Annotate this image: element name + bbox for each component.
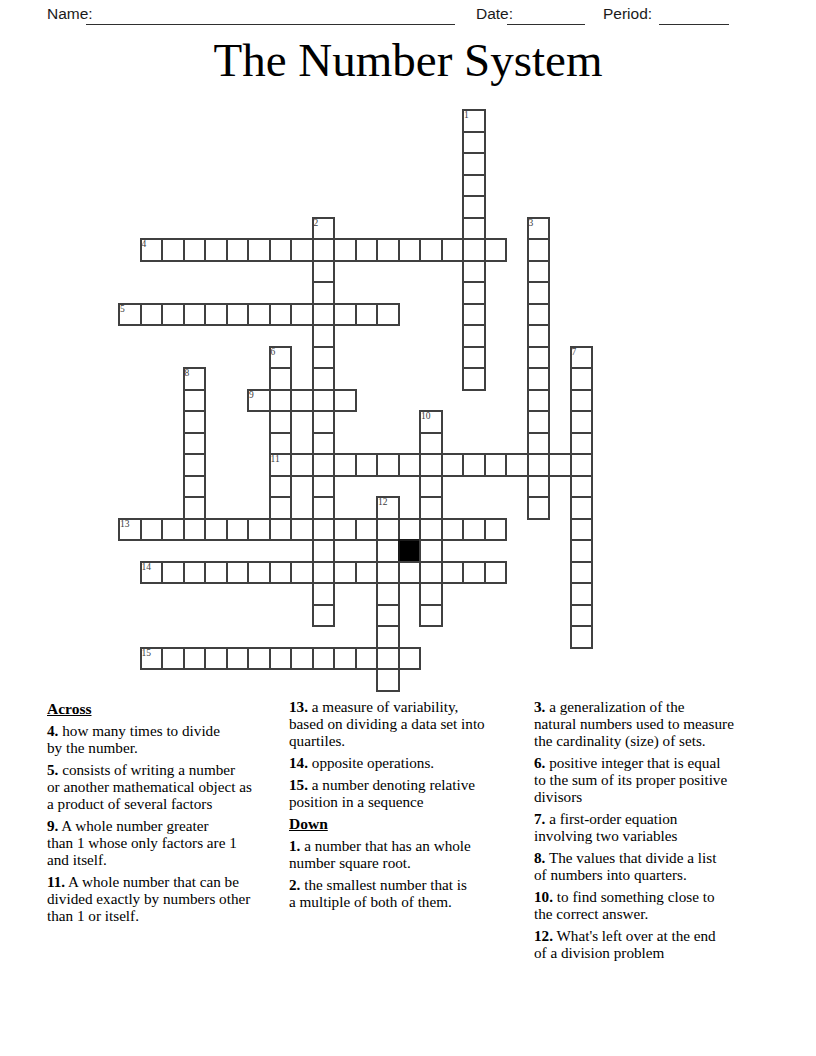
grid-cell[interactable]	[161, 238, 185, 262]
grid-cell[interactable]	[118, 303, 142, 327]
grid-cell[interactable]	[333, 518, 357, 542]
grid-cell[interactable]	[527, 432, 551, 456]
clue-number-label: 13.	[289, 698, 308, 715]
grid-cell[interactable]	[527, 496, 551, 520]
grid-cell[interactable]	[570, 625, 594, 649]
grid-cell[interactable]	[419, 518, 443, 542]
grid-cell[interactable]	[183, 518, 207, 542]
grid-cell[interactable]	[527, 410, 551, 434]
grid-cell[interactable]	[355, 518, 379, 542]
grid-cell[interactable]	[183, 432, 207, 456]
grid-cell[interactable]	[269, 346, 293, 370]
clue-number-label: 3.	[534, 698, 545, 715]
grid-cell[interactable]	[527, 238, 551, 262]
grid-cell[interactable]	[290, 303, 314, 327]
grid-cell[interactable]	[183, 647, 207, 671]
grid-cell[interactable]	[355, 238, 379, 262]
grid-cell[interactable]	[419, 539, 443, 563]
grid-cell[interactable]	[290, 561, 314, 585]
grid-cell[interactable]	[183, 367, 207, 391]
grid-cell[interactable]	[355, 303, 379, 327]
grid-cell[interactable]	[290, 389, 314, 413]
clue-text: to find something close to the correct a…	[534, 888, 715, 922]
grid-cell[interactable]	[226, 303, 250, 327]
grid-cell[interactable]	[161, 561, 185, 585]
clue-text: a number that has an whole number square…	[289, 837, 471, 871]
grid-cell[interactable]	[376, 582, 400, 606]
grid-cell[interactable]	[484, 238, 508, 262]
grid-cell[interactable]	[419, 475, 443, 499]
grid-cell[interactable]	[484, 453, 508, 477]
grid-cell[interactable]	[312, 346, 336, 370]
grid-cell[interactable]	[462, 281, 486, 305]
grid-cell[interactable]	[527, 260, 551, 284]
grid-cell[interactable]	[204, 238, 228, 262]
clue-number-label: 15.	[289, 776, 308, 793]
grid-cell[interactable]	[527, 453, 551, 477]
grid-cell[interactable]	[570, 453, 594, 477]
grid-cell[interactable]	[269, 410, 293, 434]
grid-cell[interactable]	[441, 453, 465, 477]
grid-cell[interactable]	[376, 668, 400, 692]
clue-text: consists of writing a number or another …	[47, 761, 252, 812]
grid-cell[interactable]	[570, 582, 594, 606]
grid-cell[interactable]	[183, 496, 207, 520]
grid-cell[interactable]	[419, 432, 443, 456]
grid-cell[interactable]	[183, 453, 207, 477]
grid-cell[interactable]	[548, 453, 572, 477]
grid-cell[interactable]	[226, 561, 250, 585]
grid-cell[interactable]	[183, 410, 207, 434]
grid-cell[interactable]	[570, 410, 594, 434]
grid-cell[interactable]	[419, 496, 443, 520]
grid-cell[interactable]	[398, 647, 422, 671]
grid-cell[interactable]	[312, 367, 336, 391]
grid-cell[interactable]	[161, 518, 185, 542]
grid-cell[interactable]	[376, 625, 400, 649]
grid-cell[interactable]	[312, 281, 336, 305]
clues-column-1: Across4. how many times to divide by the…	[47, 698, 285, 929]
clues-heading-down: Down	[289, 815, 532, 833]
grid-cell[interactable]	[204, 647, 228, 671]
date-blank-line[interactable]	[507, 24, 585, 25]
grid-cell[interactable]	[312, 432, 336, 456]
clue-number-label: 5.	[47, 761, 58, 778]
grid-cell[interactable]	[441, 238, 465, 262]
grid-cell[interactable]	[462, 238, 486, 262]
name-blank-line[interactable]	[86, 24, 455, 25]
grid-cell[interactable]	[398, 453, 422, 477]
grid-cell[interactable]	[462, 260, 486, 284]
grid-cell[interactable]	[570, 539, 594, 563]
clue-text: the smallest number that is a multiple o…	[289, 876, 467, 910]
grid-cell[interactable]	[462, 303, 486, 327]
grid-cell[interactable]	[204, 303, 228, 327]
clue-text: A whole number that can be divided exact…	[47, 873, 250, 924]
clue-6: 6. positive integer that is equal to the…	[534, 754, 784, 805]
grid-cell[interactable]	[376, 604, 400, 628]
clue-8: 8. The values that divide a list of numb…	[534, 849, 784, 883]
grid-cell[interactable]	[118, 518, 142, 542]
grid-cell[interactable]	[204, 561, 228, 585]
grid-cell[interactable]	[161, 647, 185, 671]
grid-cell[interactable]	[398, 518, 422, 542]
grid-cell[interactable]	[333, 389, 357, 413]
grid-cell[interactable]	[312, 475, 336, 499]
grid-cell[interactable]	[355, 561, 379, 585]
grid-cell[interactable]	[247, 238, 271, 262]
clue-text: What's left over at the end of a divisio…	[534, 927, 716, 961]
grid-cell[interactable]	[355, 647, 379, 671]
grid-cell[interactable]	[462, 367, 486, 391]
grid-cell[interactable]	[183, 238, 207, 262]
grid-cell[interactable]	[333, 238, 357, 262]
clue-number-label: 9.	[47, 817, 58, 834]
grid-cell[interactable]	[419, 604, 443, 628]
grid-cell[interactable]	[269, 518, 293, 542]
grid-cell[interactable]	[527, 346, 551, 370]
grid-cell[interactable]	[419, 561, 443, 585]
grid-cell[interactable]	[570, 475, 594, 499]
grid-cell[interactable]	[247, 647, 271, 671]
grid-cell[interactable]	[312, 217, 336, 241]
grid-cell[interactable]	[161, 303, 185, 327]
grid-cell[interactable]	[269, 303, 293, 327]
grid-cell[interactable]	[140, 561, 164, 585]
worksheet-page: Name: Date: Period: The Number System 12…	[0, 0, 816, 1056]
clue-15: 15. a number denoting relative position …	[289, 776, 532, 810]
grid-cell[interactable]	[183, 561, 207, 585]
grid-cell[interactable]	[333, 453, 357, 477]
clue-13: 13. a measure of variability, based on d…	[289, 698, 532, 749]
grid-cell[interactable]	[312, 604, 336, 628]
grid-cell[interactable]	[376, 647, 400, 671]
grid-cell[interactable]	[247, 389, 271, 413]
grid-cell[interactable]	[226, 647, 250, 671]
grid-cell[interactable]	[419, 238, 443, 262]
grid-cell[interactable]	[462, 518, 486, 542]
grid-cell[interactable]	[570, 346, 594, 370]
grid-cell[interactable]	[312, 496, 336, 520]
grid-cell[interactable]	[140, 647, 164, 671]
grid-cell[interactable]	[269, 238, 293, 262]
grid-cell[interactable]	[312, 260, 336, 284]
grid-cell[interactable]	[419, 582, 443, 606]
grid-cell[interactable]	[290, 453, 314, 477]
clue-text: A whole number greater than 1 whose only…	[47, 817, 237, 868]
clue-number-label: 1.	[289, 837, 300, 854]
clue-14: 14. opposite operations.	[289, 754, 532, 771]
grid-cell[interactable]	[312, 324, 336, 348]
grid-cell[interactable]	[183, 389, 207, 413]
grid-cell[interactable]	[312, 539, 336, 563]
grid-cell[interactable]	[269, 475, 293, 499]
grid-cell[interactable]	[312, 303, 336, 327]
grid-cell[interactable]	[462, 346, 486, 370]
page-title: The Number System	[0, 36, 816, 85]
grid-cell[interactable]	[333, 303, 357, 327]
clue-number-label: 6.	[534, 754, 545, 771]
period-label: Period:	[603, 5, 652, 23]
grid-cell[interactable]	[462, 131, 486, 155]
grid-cell[interactable]	[269, 367, 293, 391]
grid-cell[interactable]	[290, 238, 314, 262]
clue-11: 11. A whole number that can be divided e…	[47, 873, 285, 924]
grid-cell[interactable]	[527, 389, 551, 413]
grid-cell[interactable]	[505, 453, 529, 477]
grid-cell[interactable]	[570, 561, 594, 585]
grid-cell[interactable]	[527, 475, 551, 499]
clue-12: 12. What's left over at the end of a div…	[534, 927, 784, 961]
clue-text: The values that divide a list of numbers…	[534, 849, 716, 883]
grid-cell[interactable]	[462, 324, 486, 348]
clue-10: 10. to find something close to the corre…	[534, 888, 784, 922]
grid-cell[interactable]	[312, 389, 336, 413]
clue-number-label: 11.	[47, 873, 65, 890]
clue-text: positive integer that is equal to the su…	[534, 754, 727, 805]
period-blank-line[interactable]	[659, 24, 729, 25]
grid-cell[interactable]	[226, 518, 250, 542]
grid-cell[interactable]	[376, 539, 400, 563]
grid-cell[interactable]	[570, 604, 594, 628]
grid-cell[interactable]	[527, 324, 551, 348]
clue-number-label: 4.	[47, 722, 58, 739]
grid-cell[interactable]	[570, 367, 594, 391]
grid-cell[interactable]	[312, 518, 336, 542]
grid-cell[interactable]	[247, 561, 271, 585]
grid-cell[interactable]	[226, 238, 250, 262]
grid-cell[interactable]	[441, 561, 465, 585]
clue-1: 1. a number that has an whole number squ…	[289, 837, 532, 871]
clue-number-label: 7.	[534, 810, 545, 827]
grid-cell[interactable]	[312, 238, 336, 262]
grid-cell[interactable]	[247, 518, 271, 542]
grid-cell[interactable]	[312, 453, 336, 477]
grid-cell[interactable]	[204, 518, 228, 542]
clues-column-2: 13. a measure of variability, based on d…	[289, 698, 532, 915]
grid-cell[interactable]	[312, 410, 336, 434]
grid-cell[interactable]	[419, 410, 443, 434]
clue-number-label: 14.	[289, 754, 308, 771]
grid-cell[interactable]	[462, 453, 486, 477]
date-label: Date:	[476, 5, 513, 23]
grid-cell[interactable]	[527, 281, 551, 305]
clue-text: opposite operations.	[308, 754, 434, 771]
grid-cell[interactable]	[462, 561, 486, 585]
grid-cell[interactable]	[527, 217, 551, 241]
grid-cell[interactable]	[183, 303, 207, 327]
grid-cell[interactable]	[269, 432, 293, 456]
grid-cell[interactable]	[376, 303, 400, 327]
grid-cell[interactable]	[183, 475, 207, 499]
grid-cell[interactable]	[290, 647, 314, 671]
clue-text: a first-order equation involving two var…	[534, 810, 677, 844]
grid-cell[interactable]	[312, 582, 336, 606]
grid-cell[interactable]	[484, 561, 508, 585]
grid-cell[interactable]	[570, 496, 594, 520]
grid-cell[interactable]	[269, 561, 293, 585]
grid-cell[interactable]	[355, 453, 379, 477]
clue-number-label: 10.	[534, 888, 553, 905]
clue-text: a measure of variability, based on divid…	[289, 698, 485, 749]
grid-cell[interactable]	[247, 303, 271, 327]
clue-number-label: 8.	[534, 849, 545, 866]
grid-cell[interactable]	[462, 152, 486, 176]
grid-cell[interactable]	[140, 303, 164, 327]
clue-number-label: 2.	[289, 876, 300, 893]
grid-cell[interactable]	[570, 389, 594, 413]
grid-cell[interactable]	[441, 518, 465, 542]
grid-cell[interactable]	[269, 647, 293, 671]
grid-cell[interactable]	[376, 496, 400, 520]
grid-cell[interactable]	[419, 453, 443, 477]
clue-number-label: 12.	[534, 927, 553, 944]
grid-cell[interactable]	[398, 561, 422, 585]
grid-cell[interactable]	[140, 238, 164, 262]
clue-text: how many times to divide by the number.	[47, 722, 220, 756]
grid-cell[interactable]	[570, 518, 594, 542]
grid-cell[interactable]	[376, 238, 400, 262]
grid-cell[interactable]	[570, 432, 594, 456]
grid-cell[interactable]	[376, 518, 400, 542]
grid-cell[interactable]	[462, 174, 486, 198]
grid-cell[interactable]	[462, 109, 486, 133]
grid-cell[interactable]	[312, 561, 336, 585]
grid-cell[interactable]	[290, 518, 314, 542]
grid-cell[interactable]	[333, 647, 357, 671]
crossword-grid: 123456789101112131415	[118, 109, 591, 690]
grid-cell[interactable]	[269, 496, 293, 520]
grid-cell[interactable]	[312, 647, 336, 671]
clue-4: 4. how many times to divide by the numbe…	[47, 722, 285, 756]
grid-cell[interactable]	[269, 453, 293, 477]
grid-cell[interactable]	[269, 389, 293, 413]
grid-cell[interactable]	[462, 217, 486, 241]
grid-cell[interactable]	[376, 453, 400, 477]
name-label: Name:	[47, 5, 93, 23]
clues-heading-across: Across	[47, 700, 285, 718]
clue-text: a number denoting relative position in a…	[289, 776, 475, 810]
clue-text: a generalization of the natural numbers …	[534, 698, 734, 749]
grid-cell[interactable]	[527, 303, 551, 327]
grid-cell[interactable]	[333, 561, 357, 585]
clue-3: 3. a generalization of the natural numbe…	[534, 698, 784, 749]
clue-9: 9. A whole number greater than 1 whose o…	[47, 817, 285, 868]
grid-cell[interactable]	[140, 518, 164, 542]
clues-column-3: 3. a generalization of the natural numbe…	[534, 698, 784, 966]
black-cell	[398, 539, 422, 563]
grid-cell[interactable]	[484, 518, 508, 542]
clue-2: 2. the smallest number that is a multipl…	[289, 876, 532, 910]
clue-5: 5. consists of writing a number or anoth…	[47, 761, 285, 812]
grid-cell[interactable]	[462, 195, 486, 219]
clue-7: 7. a first-order equation involving two …	[534, 810, 784, 844]
grid-cell[interactable]	[527, 367, 551, 391]
grid-cell[interactable]	[398, 238, 422, 262]
grid-cell[interactable]	[376, 561, 400, 585]
